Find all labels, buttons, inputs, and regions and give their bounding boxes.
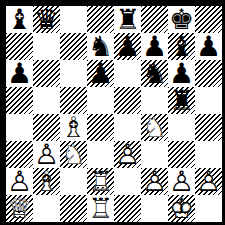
piece-white-bishop-fill: ♝ — [60, 114, 87, 141]
square-c6[interactable] — [60, 60, 87, 87]
square-g2[interactable]: ♟♙ — [168, 168, 195, 195]
piece-white-queen: ♕ — [6, 195, 33, 222]
square-f4[interactable]: ♞♘ — [141, 114, 168, 141]
square-g8[interactable]: ♚ — [168, 6, 195, 33]
piece-black-rook: ♜ — [168, 87, 195, 114]
square-d3[interactable] — [87, 141, 114, 168]
square-a3[interactable] — [6, 141, 33, 168]
square-b6[interactable] — [33, 60, 60, 87]
square-f7[interactable]: ♟ — [141, 33, 168, 60]
chess-board: ♝♛♜♚♞♟♟♝♟♟♟♞♟♜♝♗♞♘♟♙♞♘♟♙♟♙♝♗♜♖♟♙♟♙♟♙♛♕♜♖… — [6, 6, 222, 222]
square-d4[interactable] — [87, 114, 114, 141]
piece-black-queen: ♛ — [33, 6, 60, 33]
piece-white-pawn: ♙ — [114, 141, 141, 168]
piece-black-king: ♚ — [168, 6, 195, 33]
piece-black-knight: ♞ — [87, 33, 114, 60]
square-c8[interactable] — [60, 6, 87, 33]
square-d2[interactable]: ♜♖ — [87, 168, 114, 195]
square-f8[interactable] — [141, 6, 168, 33]
piece-white-rook-fill: ♜ — [87, 195, 114, 222]
piece-white-king: ♔ — [168, 195, 195, 222]
piece-black-pawn: ♟ — [141, 33, 168, 60]
square-a6[interactable]: ♟ — [6, 60, 33, 87]
square-b7[interactable] — [33, 33, 60, 60]
square-a2[interactable]: ♟♙ — [6, 168, 33, 195]
square-h2[interactable]: ♟♙ — [195, 168, 222, 195]
piece-white-knight-fill: ♞ — [60, 141, 87, 168]
square-e7[interactable]: ♟ — [114, 33, 141, 60]
square-c7[interactable] — [60, 33, 87, 60]
square-e6[interactable] — [114, 60, 141, 87]
square-f3[interactable] — [141, 141, 168, 168]
square-a4[interactable] — [6, 114, 33, 141]
piece-white-pawn-fill: ♟ — [195, 168, 222, 195]
square-g1[interactable]: ♚♔ — [168, 195, 195, 222]
piece-white-rook: ♖ — [87, 168, 114, 195]
square-d7[interactable]: ♞ — [87, 33, 114, 60]
square-f1[interactable] — [141, 195, 168, 222]
piece-black-pawn: ♟ — [6, 60, 33, 87]
piece-white-rook-fill: ♜ — [87, 168, 114, 195]
square-b4[interactable] — [33, 114, 60, 141]
piece-white-pawn-fill: ♟ — [6, 168, 33, 195]
square-g6[interactable]: ♟ — [168, 60, 195, 87]
piece-white-queen-fill: ♛ — [6, 195, 33, 222]
square-c3[interactable]: ♞♘ — [60, 141, 87, 168]
square-g4[interactable] — [168, 114, 195, 141]
square-d5[interactable] — [87, 87, 114, 114]
square-h5[interactable] — [195, 87, 222, 114]
square-h7[interactable]: ♟ — [195, 33, 222, 60]
square-e4[interactable] — [114, 114, 141, 141]
square-b3[interactable]: ♟♙ — [33, 141, 60, 168]
square-f2[interactable]: ♟♙ — [141, 168, 168, 195]
square-b1[interactable] — [33, 195, 60, 222]
piece-white-pawn-fill: ♟ — [114, 141, 141, 168]
piece-white-pawn: ♙ — [195, 168, 222, 195]
piece-black-pawn: ♟ — [195, 33, 222, 60]
square-a7[interactable] — [6, 33, 33, 60]
piece-black-bishop: ♝ — [6, 6, 33, 33]
square-f5[interactable] — [141, 87, 168, 114]
square-c1[interactable] — [60, 195, 87, 222]
piece-white-pawn-fill: ♟ — [141, 168, 168, 195]
square-e2[interactable] — [114, 168, 141, 195]
piece-black-bishop: ♝ — [168, 33, 195, 60]
piece-white-rook: ♖ — [87, 195, 114, 222]
piece-black-knight: ♞ — [141, 60, 168, 87]
square-b5[interactable] — [33, 87, 60, 114]
piece-black-pawn: ♟ — [168, 60, 195, 87]
square-d1[interactable]: ♜♖ — [87, 195, 114, 222]
square-e5[interactable] — [114, 87, 141, 114]
square-d8[interactable] — [87, 6, 114, 33]
piece-white-pawn: ♙ — [6, 168, 33, 195]
square-h8[interactable] — [195, 6, 222, 33]
square-g3[interactable] — [168, 141, 195, 168]
square-d6[interactable]: ♟ — [87, 60, 114, 87]
piece-white-pawn: ♙ — [33, 141, 60, 168]
square-e8[interactable]: ♜ — [114, 6, 141, 33]
square-a5[interactable] — [6, 87, 33, 114]
square-g7[interactable]: ♝ — [168, 33, 195, 60]
square-f6[interactable]: ♞ — [141, 60, 168, 87]
square-e3[interactable]: ♟♙ — [114, 141, 141, 168]
square-c5[interactable] — [60, 87, 87, 114]
square-a1[interactable]: ♛♕ — [6, 195, 33, 222]
piece-white-bishop: ♗ — [60, 114, 87, 141]
square-e1[interactable] — [114, 195, 141, 222]
square-c4[interactable]: ♝♗ — [60, 114, 87, 141]
board-frame: ♝♛♜♚♞♟♟♝♟♟♟♞♟♜♝♗♞♘♟♙♞♘♟♙♟♙♝♗♜♖♟♙♟♙♟♙♛♕♜♖… — [0, 0, 225, 225]
piece-white-knight: ♘ — [141, 114, 168, 141]
piece-white-pawn-fill: ♟ — [33, 141, 60, 168]
square-c2[interactable] — [60, 168, 87, 195]
piece-white-knight: ♘ — [60, 141, 87, 168]
square-g5[interactable]: ♜ — [168, 87, 195, 114]
piece-white-pawn: ♙ — [168, 168, 195, 195]
piece-black-pawn: ♟ — [87, 60, 114, 87]
piece-black-pawn: ♟ — [114, 33, 141, 60]
square-b2[interactable]: ♝♗ — [33, 168, 60, 195]
piece-white-knight-fill: ♞ — [141, 114, 168, 141]
square-a8[interactable]: ♝ — [6, 6, 33, 33]
square-h4[interactable] — [195, 114, 222, 141]
piece-white-bishop-fill: ♝ — [33, 168, 60, 195]
piece-black-rook: ♜ — [114, 6, 141, 33]
piece-white-bishop: ♗ — [33, 168, 60, 195]
piece-white-pawn-fill: ♟ — [168, 168, 195, 195]
piece-white-king-fill: ♚ — [168, 195, 195, 222]
square-h3[interactable] — [195, 141, 222, 168]
square-b8[interactable]: ♛ — [33, 6, 60, 33]
square-h1[interactable] — [195, 195, 222, 222]
square-h6[interactable] — [195, 60, 222, 87]
piece-white-pawn: ♙ — [141, 168, 168, 195]
